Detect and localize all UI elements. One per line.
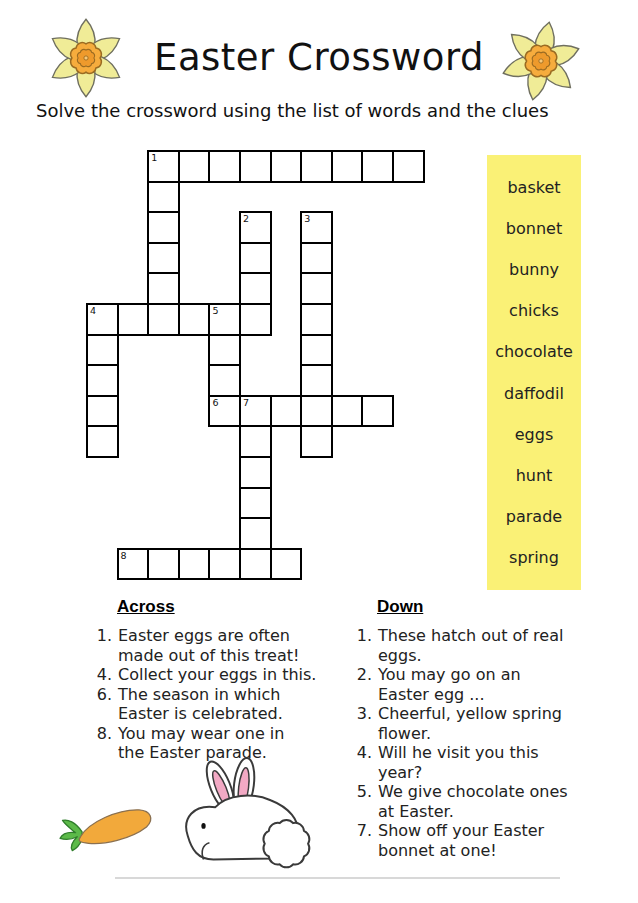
grid-cell[interactable]: 8 — [117, 548, 150, 581]
clue-item: 3. Cheerful, yellow spring flower. — [352, 704, 614, 743]
grid-cell[interactable] — [147, 548, 180, 581]
grid-cell[interactable] — [239, 150, 272, 183]
word-item: bonnet — [487, 219, 581, 238]
clue-number: 1. — [92, 626, 112, 665]
grid-cell[interactable]: 1 — [147, 150, 180, 183]
clue-text: You may go on an Easter egg ... — [378, 665, 521, 704]
word-item: parade — [487, 507, 581, 526]
grid-cell[interactable] — [86, 334, 119, 367]
grid-cell[interactable] — [239, 272, 272, 305]
grid-cell[interactable] — [86, 425, 119, 458]
grid-cell[interactable] — [300, 364, 333, 397]
grid-cell[interactable] — [300, 425, 333, 458]
grid-cell[interactable] — [208, 548, 241, 581]
grid-cell[interactable] — [178, 150, 211, 183]
clue-number: 1. — [352, 626, 372, 665]
grid-cell[interactable] — [239, 548, 272, 581]
grid-cell[interactable] — [300, 150, 333, 183]
clue-item: 6. The season in which Easter is celebra… — [92, 685, 344, 724]
grid-cell[interactable] — [147, 242, 180, 275]
grid-cell[interactable] — [270, 150, 303, 183]
grid-cell[interactable] — [86, 364, 119, 397]
grid-cell[interactable] — [331, 150, 364, 183]
divider-line — [115, 877, 560, 879]
grid-cell[interactable] — [86, 395, 119, 428]
cell-number: 3 — [304, 213, 310, 224]
word-item: daffodil — [487, 384, 581, 403]
grid-cell[interactable] — [300, 303, 333, 336]
word-item: chocolate — [487, 342, 581, 361]
clue-number: 8. — [92, 724, 112, 763]
grid-cell[interactable] — [331, 395, 364, 428]
grid-cell[interactable] — [300, 242, 333, 275]
grid-cell[interactable] — [147, 211, 180, 244]
clue-item: 2. You may go on an Easter egg ... — [352, 665, 614, 704]
grid-cell[interactable] — [147, 303, 180, 336]
subtitle: Solve the crossword using the list of wo… — [36, 100, 549, 121]
clue-text: Cheerful, yellow spring flower. — [378, 704, 562, 743]
cell-number: 5 — [212, 305, 218, 316]
crossword-grid: 12345678 — [87, 151, 424, 579]
across-clues: Across 1. Easter eggs are often made out… — [92, 597, 344, 763]
grid-cell[interactable] — [300, 272, 333, 305]
grid-cell[interactable]: 2 — [239, 211, 272, 244]
grid-cell[interactable] — [239, 242, 272, 275]
clue-item: 4. Will he visit you this year? — [352, 743, 614, 782]
grid-cell[interactable] — [270, 395, 303, 428]
clue-item: 4. Collect your eggs in this. — [92, 665, 344, 685]
clue-number: 7. — [352, 821, 372, 860]
grid-cell[interactable] — [392, 150, 425, 183]
clue-text: The season in which Easter is celebrated… — [118, 685, 283, 724]
clue-text: These hatch out of real eggs. — [378, 626, 563, 665]
down-clues: Down 1. These hatch out of real eggs. 2.… — [352, 597, 614, 860]
clue-number: 4. — [352, 743, 372, 782]
word-list: basket bonnet bunny chicks chocolate daf… — [487, 155, 581, 590]
grid-cell[interactable] — [147, 272, 180, 305]
across-header: Across — [117, 597, 344, 617]
word-item: spring — [487, 548, 581, 567]
word-item: hunt — [487, 466, 581, 485]
grid-cell[interactable] — [239, 487, 272, 520]
cell-number: 4 — [90, 305, 96, 316]
cell-number: 8 — [121, 550, 127, 561]
daffodil-icon-right — [496, 14, 586, 108]
word-item: basket — [487, 178, 581, 197]
grid-cell[interactable] — [239, 425, 272, 458]
clue-text: Easter eggs are often made out of this t… — [118, 626, 299, 665]
clue-number: 2. — [352, 665, 372, 704]
word-item: bunny — [487, 260, 581, 279]
clue-item: 1. Easter eggs are often made out of thi… — [92, 626, 344, 665]
grid-cell[interactable]: 5 — [208, 303, 241, 336]
carrot-illustration — [56, 790, 162, 864]
clue-number: 5. — [352, 782, 372, 821]
grid-cell[interactable] — [361, 150, 394, 183]
grid-cell[interactable] — [208, 364, 241, 397]
grid-cell[interactable] — [270, 548, 303, 581]
grid-cell[interactable] — [300, 334, 333, 367]
word-item: chicks — [487, 301, 581, 320]
clue-item: 5. We give chocolate ones at Easter. — [352, 782, 614, 821]
clue-text: Will he visit you this year? — [378, 743, 539, 782]
word-item: eggs — [487, 425, 581, 444]
clue-item: 1. These hatch out of real eggs. — [352, 626, 614, 665]
grid-cell[interactable] — [361, 395, 394, 428]
clue-number: 3. — [352, 704, 372, 743]
clue-text: We give chocolate ones at Easter. — [378, 782, 568, 821]
clue-text: Show off your Easter bonnet at one! — [378, 821, 544, 860]
cell-number: 2 — [243, 213, 249, 224]
grid-cell[interactable] — [239, 303, 272, 336]
grid-cell[interactable]: 7 — [239, 395, 272, 428]
bunny-illustration — [168, 752, 316, 887]
grid-cell[interactable] — [208, 150, 241, 183]
grid-cell[interactable]: 4 — [86, 303, 119, 336]
grid-cell[interactable] — [239, 456, 272, 489]
down-header: Down — [377, 597, 614, 617]
worksheet-page: Easter Crossword Solve the crossword usi… — [0, 0, 638, 903]
cell-number: 6 — [212, 397, 218, 408]
clue-number: 6. — [92, 685, 112, 724]
grid-cell[interactable]: 3 — [300, 211, 333, 244]
grid-cell[interactable] — [208, 334, 241, 367]
cell-number: 7 — [243, 397, 249, 408]
grid-cell[interactable] — [117, 303, 150, 336]
grid-cell[interactable] — [300, 395, 333, 428]
clue-number: 4. — [92, 665, 112, 685]
grid-cell[interactable]: 6 — [208, 395, 241, 428]
cell-number: 1 — [151, 152, 157, 163]
clue-item: 7. Show off your Easter bonnet at one! — [352, 821, 614, 860]
grid-cell[interactable] — [147, 181, 180, 214]
grid-cell[interactable] — [178, 303, 211, 336]
grid-cell[interactable] — [178, 548, 211, 581]
clue-text: Collect your eggs in this. — [118, 665, 316, 685]
grid-cell[interactable] — [239, 517, 272, 550]
